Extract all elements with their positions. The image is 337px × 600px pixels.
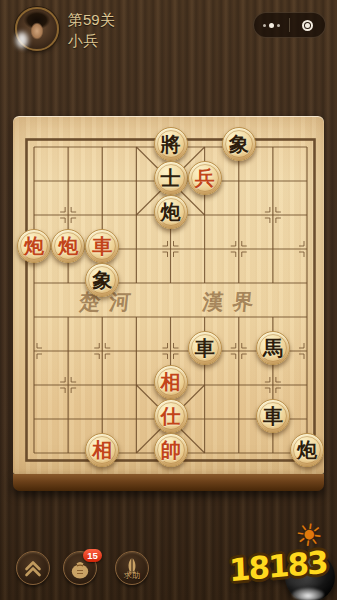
piece-炮[interactable]: 炮 — [17, 229, 51, 263]
piece-馬[interactable]: 馬 — [256, 331, 290, 365]
player-name-label: 小兵 — [68, 32, 98, 51]
coins-count-badge: 15 — [83, 549, 102, 562]
help-label: 求助 — [124, 572, 140, 579]
piece-車[interactable]: 車 — [188, 331, 222, 365]
exit-circle-icon — [302, 20, 313, 31]
piece-車[interactable]: 車 — [85, 229, 119, 263]
collapse-button[interactable] — [16, 551, 50, 585]
sun-icon: ☀ — [293, 518, 325, 553]
more-options-button[interactable] — [254, 13, 289, 37]
board-base-bevel — [13, 474, 324, 491]
piece-仕[interactable]: 仕 — [154, 399, 188, 433]
piece-兵[interactable]: 兵 — [188, 161, 222, 195]
piece-象[interactable]: 象 — [222, 127, 256, 161]
sphere-icon — [285, 552, 335, 600]
piece-象[interactable]: 象 — [85, 263, 119, 297]
piece-炮[interactable]: 炮 — [51, 229, 85, 263]
exit-button[interactable] — [290, 13, 325, 37]
chevrons-up-icon — [21, 556, 45, 580]
piece-帥[interactable]: 帥 — [154, 433, 188, 467]
app-screen: 第59关 小兵 楚河 漢界 將象士兵炮炮炮車象車馬相仕車相帥炮 15 — [0, 0, 337, 600]
dot-icon — [269, 23, 274, 28]
logo-text: 18183 — [229, 544, 328, 589]
dot-icon — [263, 24, 266, 27]
piece-車[interactable]: 車 — [256, 399, 290, 433]
piece-將[interactable]: 將 — [154, 127, 188, 161]
level-label: 第59关 — [68, 11, 115, 30]
piece-炮[interactable]: 炮 — [290, 433, 324, 467]
miniprogram-capsule — [253, 12, 326, 38]
piece-士[interactable]: 士 — [154, 161, 188, 195]
player-avatar[interactable] — [15, 7, 59, 51]
piece-相[interactable]: 相 — [154, 365, 188, 399]
help-button[interactable]: 求助 — [115, 551, 149, 585]
dot-icon — [277, 24, 280, 27]
site-logo: ☀ 18183 — [228, 522, 337, 600]
piece-相[interactable]: 相 — [85, 433, 119, 467]
piece-炮[interactable]: 炮 — [154, 195, 188, 229]
